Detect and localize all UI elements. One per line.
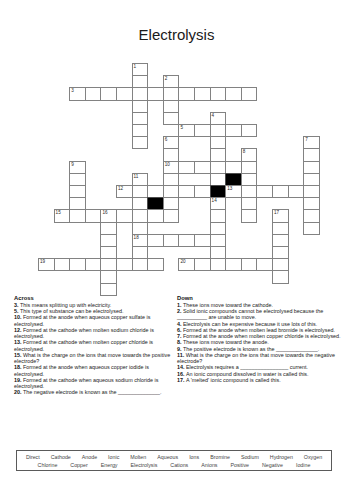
- grid-cell[interactable]: [288, 185, 305, 198]
- down-clue-17: 17. A 'melted' ionic compound is called …: [177, 377, 344, 383]
- down-clue-list: 1. These ions move toward the cathode.2.…: [177, 302, 344, 383]
- bank-word: Ionic: [108, 453, 119, 461]
- down-clue-11: 11. What is the charge on the ions that …: [177, 352, 344, 365]
- grid-cell[interactable]: [163, 197, 180, 210]
- grid-cell[interactable]: [210, 148, 227, 161]
- bank-word: Sodium: [241, 453, 259, 461]
- grid-cell[interactable]: [132, 258, 149, 271]
- grid-cell[interactable]: [272, 222, 289, 235]
- grid-cell[interactable]: [241, 124, 258, 137]
- bank-word: Copper: [70, 461, 87, 469]
- grid-cell[interactable]: [163, 209, 180, 222]
- clue-number: 2.: [177, 308, 183, 314]
- grid-cell[interactable]: [116, 87, 133, 100]
- grid-cell[interactable]: [147, 258, 164, 271]
- grid-cell[interactable]: [241, 258, 258, 271]
- grid-cell[interactable]: 2: [163, 75, 180, 88]
- bank-word: Cations: [170, 461, 188, 469]
- clue-number: 19.: [14, 377, 23, 383]
- bank-word: Energy: [101, 461, 118, 469]
- bank-word: Molten: [130, 453, 146, 461]
- grid-cell[interactable]: 11: [132, 173, 149, 186]
- grid-cell[interactable]: [225, 87, 242, 100]
- grid-cell[interactable]: [303, 222, 320, 235]
- grid-cell[interactable]: 16: [100, 209, 117, 222]
- cell-number-19: 19: [40, 259, 45, 264]
- cell-number-2: 2: [165, 76, 168, 81]
- word-bank-row-1: DirectCathodeAnodeIonicMoltenAqueousIons…: [17, 453, 331, 461]
- clue-number: 14.: [177, 364, 186, 370]
- clue-number: 8.: [177, 339, 183, 345]
- grid-cell[interactable]: [194, 87, 211, 100]
- grid-cell[interactable]: [178, 87, 195, 100]
- grid-cell[interactable]: [163, 112, 180, 125]
- grid-cell[interactable]: [163, 148, 180, 161]
- clue-number: 7.: [177, 333, 183, 339]
- crossword-grid: 1234567891011121314151617181920: [38, 63, 319, 296]
- bank-word: Bromine: [210, 453, 230, 461]
- cell-number-10: 10: [165, 162, 170, 167]
- cell-number-14: 14: [212, 198, 217, 203]
- grid-cell[interactable]: [194, 234, 211, 247]
- down-clues-section: Down 1. These ions move toward the catho…: [177, 295, 344, 383]
- grid-cell[interactable]: [100, 283, 117, 296]
- grid-cell[interactable]: [272, 185, 289, 198]
- grid-cell[interactable]: 15: [54, 209, 71, 222]
- grid-cell[interactable]: [241, 197, 258, 210]
- grid-cell[interactable]: [163, 234, 180, 247]
- across-clue-15: 15. What is the charge on the ions that …: [14, 352, 175, 365]
- bank-word: Direct: [26, 453, 40, 461]
- cell-number-9: 9: [71, 162, 74, 167]
- clue-number: 12.: [14, 327, 23, 333]
- grid-cell[interactable]: [132, 136, 149, 149]
- page-title: Electrolysis: [0, 26, 353, 43]
- bank-word: Anions: [201, 461, 217, 469]
- grid-cell[interactable]: [241, 209, 258, 222]
- grid-cell[interactable]: [256, 185, 273, 198]
- grid-cell[interactable]: [241, 173, 258, 186]
- word-bank: DirectCathodeAnodeIonicMoltenAqueousIons…: [16, 450, 332, 471]
- grid-cell[interactable]: [241, 161, 258, 174]
- grid-cell[interactable]: [272, 258, 289, 271]
- grid-cell[interactable]: [225, 124, 242, 137]
- grid-cell[interactable]: [256, 258, 273, 271]
- grid-cell[interactable]: [132, 100, 149, 113]
- clue-number: 17.: [177, 377, 186, 383]
- grid-cell[interactable]: 13: [225, 185, 242, 198]
- grid-cell[interactable]: [54, 258, 71, 271]
- cell-number-6: 6: [165, 137, 168, 142]
- grid-cell[interactable]: [100, 222, 117, 235]
- grid-cell[interactable]: 4: [210, 112, 227, 125]
- across-clue-list: 3. This means splitting up with electric…: [14, 302, 175, 396]
- grid-cell[interactable]: [210, 222, 227, 235]
- grid-cell[interactable]: [69, 173, 86, 186]
- across-clue-19: 19. Formed at the cathode when aqueous s…: [14, 377, 175, 390]
- grid-cell[interactable]: 20: [178, 258, 195, 271]
- cell-number-11: 11: [134, 174, 139, 179]
- grid-cell[interactable]: [69, 197, 86, 210]
- grid-cell[interactable]: [147, 209, 164, 222]
- grid-cell[interactable]: [147, 87, 164, 100]
- grid-cell[interactable]: [303, 173, 320, 186]
- cell-number-13: 13: [227, 186, 232, 191]
- grid-cell[interactable]: [210, 209, 227, 222]
- clue-number: 11.: [177, 352, 186, 358]
- across-clue-10: 10. Formed at the anode when aqueous cop…: [14, 314, 175, 327]
- grid-cell[interactable]: [225, 161, 242, 174]
- grid-cell[interactable]: [303, 161, 320, 174]
- down-clue-9: 9. The positive electrode is known as th…: [177, 346, 344, 352]
- grid-cell[interactable]: [116, 209, 133, 222]
- grid-cell[interactable]: [147, 234, 164, 247]
- grid-cell[interactable]: [210, 87, 227, 100]
- grid-cell[interactable]: [194, 124, 211, 137]
- clue-number: 18.: [14, 364, 23, 370]
- bank-word: Oxygen: [304, 453, 322, 461]
- grid-cell[interactable]: 7: [303, 136, 320, 149]
- grid-cell[interactable]: [132, 197, 149, 210]
- clue-number: 6.: [177, 327, 183, 333]
- grid-cell[interactable]: 14: [210, 197, 227, 210]
- cell-number-1: 1: [134, 64, 137, 69]
- grid-cell[interactable]: [210, 258, 227, 271]
- bank-word: Cathode: [51, 453, 71, 461]
- grid-cell[interactable]: [303, 148, 320, 161]
- grid-cell[interactable]: [100, 270, 117, 283]
- grid-cell[interactable]: 8: [241, 148, 258, 161]
- grid-cell[interactable]: [85, 87, 102, 100]
- grid-cell[interactable]: [272, 270, 289, 283]
- grid-cell[interactable]: [272, 234, 289, 247]
- grid-cell[interactable]: [100, 258, 117, 271]
- black-cell: [147, 197, 164, 210]
- grid-cell[interactable]: [163, 87, 180, 100]
- grid-cell[interactable]: [194, 161, 211, 174]
- grid-cell[interactable]: [132, 87, 149, 100]
- down-header: Down: [177, 295, 344, 301]
- grid-cell[interactable]: [132, 209, 149, 222]
- across-header: Across: [14, 295, 175, 301]
- bank-word: Iodine: [296, 461, 310, 469]
- clue-number: 15.: [14, 352, 23, 358]
- grid-cell[interactable]: [163, 173, 180, 186]
- bank-word: Anode: [82, 453, 97, 461]
- grid-cell[interactable]: 18: [132, 234, 149, 247]
- across-clues-section: Across 3. This means splitting up with e…: [14, 295, 175, 396]
- cell-number-3: 3: [71, 88, 74, 93]
- bank-word: Hydrogen: [270, 453, 293, 461]
- grid-cell[interactable]: [100, 87, 117, 100]
- across-clue-12: 12. Formed at the cathode when molten so…: [14, 327, 175, 340]
- cell-number-16: 16: [102, 210, 107, 215]
- black-cell: [225, 173, 242, 186]
- worksheet-page: Electrolysis 123456789101112131415161718…: [0, 0, 353, 500]
- grid-cell[interactable]: 10: [163, 161, 180, 174]
- grid-cell[interactable]: [69, 209, 86, 222]
- cell-number-17: 17: [274, 210, 279, 215]
- cell-number-8: 8: [243, 149, 246, 154]
- grid-cell[interactable]: [210, 173, 227, 186]
- bank-word: Ions: [189, 453, 199, 461]
- grid-cell[interactable]: 5: [178, 124, 195, 137]
- grid-cell[interactable]: [210, 136, 227, 149]
- cell-number-5: 5: [180, 125, 183, 130]
- clue-number: 10.: [14, 314, 23, 320]
- cell-number-4: 4: [212, 113, 215, 118]
- grid-cell[interactable]: [210, 161, 227, 174]
- grid-cell[interactable]: [210, 234, 227, 247]
- grid-cell[interactable]: [194, 258, 211, 271]
- cell-number-20: 20: [180, 259, 185, 264]
- grid-cell[interactable]: [85, 209, 102, 222]
- bank-word: Electrolysis: [131, 461, 158, 469]
- grid-cell[interactable]: [178, 185, 195, 198]
- grid-cell[interactable]: [100, 234, 117, 247]
- grid-cell[interactable]: [132, 75, 149, 88]
- grid-cell[interactable]: 9: [69, 161, 86, 174]
- clue-number: 9.: [177, 346, 183, 352]
- grid-cell[interactable]: [178, 234, 195, 247]
- clue-number: 5.: [14, 308, 20, 314]
- grid-cell[interactable]: [163, 100, 180, 113]
- bank-word: Positive: [230, 461, 249, 469]
- clue-number: 13.: [14, 339, 23, 345]
- grid-cell[interactable]: [132, 112, 149, 125]
- clue-number: 20.: [14, 389, 23, 395]
- grid-cell[interactable]: [178, 161, 195, 174]
- grid-cell[interactable]: 3: [69, 87, 86, 100]
- bank-word: Aqueous: [157, 453, 178, 461]
- cell-number-12: 12: [118, 186, 123, 191]
- clue-number: 16.: [177, 371, 186, 377]
- across-clue-13: 13. Formed at the cathode when molten co…: [14, 339, 175, 352]
- grid-cell[interactable]: [303, 197, 320, 210]
- word-bank-row-2: ChlorineCopperEnergyElectrolysisCationsA…: [17, 461, 331, 469]
- grid-cell[interactable]: 19: [38, 258, 55, 271]
- grid-cell[interactable]: [241, 87, 258, 100]
- grid-cell[interactable]: [225, 258, 242, 271]
- grid-cell[interactable]: [69, 258, 86, 271]
- bank-word: Chlorine: [38, 461, 58, 469]
- cell-number-15: 15: [56, 210, 61, 215]
- grid-cell[interactable]: 6: [163, 136, 180, 149]
- down-clue-2: 2. Solid ionic compounds cannot be elect…: [177, 308, 344, 321]
- cell-number-7: 7: [305, 137, 308, 142]
- clue-number: 4.: [177, 321, 183, 327]
- grid-cell[interactable]: [116, 258, 133, 271]
- clue-number: 1.: [177, 302, 183, 308]
- across-clue-20: 20. The negative electrode is known as t…: [14, 389, 175, 395]
- grid-cell[interactable]: [194, 185, 211, 198]
- clue-number: 3.: [14, 302, 20, 308]
- across-clue-18: 18. Formed at the anode when aqueous cop…: [14, 364, 175, 377]
- grid-cell[interactable]: 12: [116, 185, 133, 198]
- bank-word: Negative: [262, 461, 283, 469]
- grid-cell[interactable]: [132, 222, 149, 235]
- grid-cell[interactable]: [85, 258, 102, 271]
- cell-number-18: 18: [134, 235, 139, 240]
- grid-cell[interactable]: 17: [272, 209, 289, 222]
- grid-cell[interactable]: [303, 209, 320, 222]
